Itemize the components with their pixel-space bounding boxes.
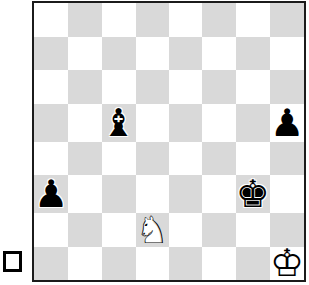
square-g6[interactable] [236,70,270,104]
square-c4[interactable] [102,142,136,176]
square-d2[interactable]: ♞♘ [136,213,169,247]
square-b1[interactable] [68,247,101,281]
square-e2[interactable] [169,213,202,247]
square-e8[interactable] [169,3,202,37]
piece-black-pawn[interactable]: ♟ [34,175,68,213]
square-e5[interactable] [169,104,202,142]
square-c6[interactable] [102,70,136,104]
square-f6[interactable] [202,70,235,104]
square-b8[interactable] [68,3,101,37]
square-a2[interactable] [34,213,68,247]
square-h5[interactable]: ♟ [270,104,304,142]
square-g3[interactable]: ♚ [236,175,270,213]
square-b3[interactable] [68,175,101,213]
square-c7[interactable] [102,37,136,71]
square-a4[interactable] [34,142,68,176]
square-a1[interactable] [34,247,68,281]
square-f8[interactable] [202,3,235,37]
square-d5[interactable] [136,104,169,142]
square-g7[interactable] [236,37,270,71]
white-to-move-indicator [3,251,22,272]
square-g2[interactable] [236,213,270,247]
square-a5[interactable] [34,104,68,142]
square-e4[interactable] [169,142,202,176]
square-a7[interactable] [34,37,68,71]
square-g5[interactable] [236,104,270,142]
square-d8[interactable] [136,3,169,37]
square-h1[interactable]: ♚♔ [270,247,304,281]
square-g4[interactable] [236,142,270,176]
square-a6[interactable] [34,70,68,104]
square-h4[interactable] [270,142,304,176]
white-king-outline-layer: ♔ [270,247,304,281]
square-c5[interactable]: ♝ [102,104,136,142]
chess-board: ♝♟♟♚♞♘♚♔ [32,1,306,282]
square-c2[interactable] [102,213,136,247]
chess-diagram: ♝♟♟♚♞♘♚♔ [0,0,309,285]
piece-black-pawn[interactable]: ♟ [270,104,304,142]
square-h3[interactable] [270,175,304,213]
square-b5[interactable] [68,104,101,142]
square-e6[interactable] [169,70,202,104]
piece-white-king[interactable]: ♚♔ [270,247,304,281]
square-b4[interactable] [68,142,101,176]
square-d1[interactable] [136,247,169,281]
square-b6[interactable] [68,70,101,104]
square-d4[interactable] [136,142,169,176]
square-d7[interactable] [136,37,169,71]
square-e7[interactable] [169,37,202,71]
square-a8[interactable] [34,3,68,37]
square-b2[interactable] [68,213,101,247]
square-f2[interactable] [202,213,235,247]
square-f7[interactable] [202,37,235,71]
square-c1[interactable] [102,247,136,281]
square-h7[interactable] [270,37,304,71]
square-e1[interactable] [169,247,202,281]
square-f4[interactable] [202,142,235,176]
square-f1[interactable] [202,247,235,281]
piece-black-king[interactable]: ♚ [236,175,270,213]
square-d6[interactable] [136,70,169,104]
square-e3[interactable] [169,175,202,213]
square-g1[interactable] [236,247,270,281]
square-c3[interactable] [102,175,136,213]
square-h6[interactable] [270,70,304,104]
square-f5[interactable] [202,104,235,142]
piece-black-bishop[interactable]: ♝ [102,104,136,142]
square-c8[interactable] [102,3,136,37]
square-h8[interactable] [270,3,304,37]
square-f3[interactable] [202,175,235,213]
white-knight-outline-layer: ♘ [136,213,169,247]
square-a3[interactable]: ♟ [34,175,68,213]
square-g8[interactable] [236,3,270,37]
piece-white-knight[interactable]: ♞♘ [136,213,169,247]
square-b7[interactable] [68,37,101,71]
